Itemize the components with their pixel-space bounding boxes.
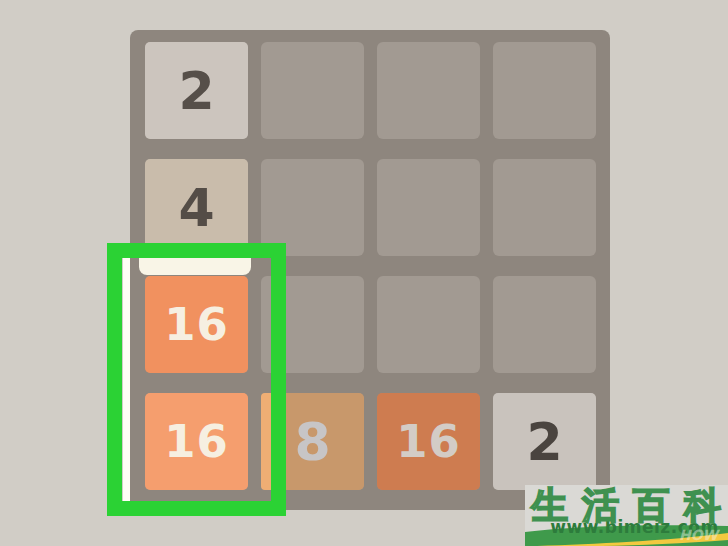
cell-r1c2 bbox=[261, 42, 364, 139]
cell-r3c3 bbox=[377, 276, 480, 373]
cell-r4c3: 16 bbox=[377, 393, 480, 490]
cell-r3c4 bbox=[493, 276, 596, 373]
screenshot-stage: 2416168162 生活百科 www.bimeiz.com HOW bbox=[0, 0, 728, 546]
cell-r2c2 bbox=[261, 159, 364, 256]
tile-2-r4c4: 2 bbox=[493, 393, 596, 490]
cell-r1c1: 2 bbox=[145, 42, 248, 139]
cell-r4c4: 2 bbox=[493, 393, 596, 490]
cell-r2c1: 4 bbox=[145, 159, 248, 256]
watermark: 生活百科 www.bimeiz.com HOW bbox=[525, 485, 728, 546]
cell-r1c3 bbox=[377, 42, 480, 139]
cell-r1c4 bbox=[493, 42, 596, 139]
tile-4-r2c1: 4 bbox=[145, 159, 248, 256]
cell-r2c3 bbox=[377, 159, 480, 256]
cell-r2c4 bbox=[493, 159, 596, 256]
watermark-title: 生活百科 bbox=[531, 485, 728, 527]
tile-16-r4c3: 16 bbox=[377, 393, 480, 490]
highlight-box bbox=[107, 243, 286, 516]
highlight-white-strip bbox=[123, 258, 130, 501]
watermark-faint-text: HOW bbox=[679, 527, 718, 543]
tile-2-r1c1: 2 bbox=[145, 42, 248, 139]
